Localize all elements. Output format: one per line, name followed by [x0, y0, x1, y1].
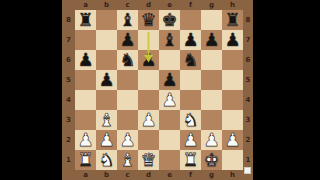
square-d7[interactable]	[138, 30, 159, 50]
white-pawn: ♟	[222, 130, 243, 150]
rank-label-3: 3	[243, 110, 253, 130]
black-bishop: ♝	[117, 10, 138, 30]
square-b5[interactable]: ♟	[96, 70, 117, 90]
square-e8[interactable]: ♚	[159, 10, 180, 30]
square-d6[interactable]: ♟	[138, 50, 159, 70]
square-b3[interactable]: ♝	[96, 110, 117, 130]
black-queen: ♛	[138, 10, 159, 30]
file-labels-bottom: abcdefgh	[75, 170, 243, 180]
black-king: ♚	[159, 10, 180, 30]
file-label-c: c	[117, 170, 138, 180]
square-f4[interactable]	[180, 90, 201, 110]
square-f2[interactable]: ♟	[180, 130, 201, 150]
square-a3[interactable]	[75, 110, 96, 130]
white-pawn: ♟	[75, 130, 96, 150]
square-a6[interactable]: ♟	[75, 50, 96, 70]
chess-board-frame: abcdefgh abcdefgh 87654321 87654321 ♜♝♛♚…	[62, 0, 253, 180]
square-c2[interactable]: ♟	[117, 130, 138, 150]
square-d5[interactable]	[138, 70, 159, 90]
file-label-d: d	[138, 170, 159, 180]
square-c4[interactable]	[117, 90, 138, 110]
black-bishop: ♝	[159, 30, 180, 50]
rank-label-6: 6	[243, 50, 253, 70]
square-b6[interactable]	[96, 50, 117, 70]
black-pawn: ♟	[138, 50, 159, 70]
square-h6[interactable]	[222, 50, 243, 70]
square-d2[interactable]	[138, 130, 159, 150]
square-h4[interactable]	[222, 90, 243, 110]
white-knight: ♞	[180, 110, 201, 130]
square-g4[interactable]	[201, 90, 222, 110]
square-b2[interactable]: ♟	[96, 130, 117, 150]
screenshot-background: abcdefgh abcdefgh 87654321 87654321 ♜♝♛♚…	[0, 0, 320, 180]
square-g6[interactable]	[201, 50, 222, 70]
square-g5[interactable]	[201, 70, 222, 90]
square-c6[interactable]: ♞	[117, 50, 138, 70]
square-f6[interactable]: ♞	[180, 50, 201, 70]
square-f8[interactable]	[180, 10, 201, 30]
white-pawn: ♟	[201, 130, 222, 150]
rank-label-2: 2	[62, 130, 75, 150]
square-e5[interactable]: ♟	[159, 70, 180, 90]
square-h1[interactable]	[222, 150, 243, 170]
black-pawn: ♟	[96, 70, 117, 90]
square-f5[interactable]	[180, 70, 201, 90]
black-knight: ♞	[117, 50, 138, 70]
square-h5[interactable]	[222, 70, 243, 90]
square-d3[interactable]: ♟	[138, 110, 159, 130]
black-rook: ♜	[222, 10, 243, 30]
black-pawn: ♟	[117, 30, 138, 50]
chess-board: ♜♝♛♚♜♟♝♟♟♟♟♞♟♞♟♟♟♝♟♞♟♟♟♟♟♟♜♞♝♛♜♚	[75, 10, 243, 170]
square-d4[interactable]	[138, 90, 159, 110]
rank-label-4: 4	[62, 90, 75, 110]
white-king: ♚	[201, 150, 222, 170]
black-pawn: ♟	[201, 30, 222, 50]
black-pawn: ♟	[159, 70, 180, 90]
square-b7[interactable]	[96, 30, 117, 50]
black-pawn: ♟	[75, 50, 96, 70]
square-a7[interactable]	[75, 30, 96, 50]
square-g2[interactable]: ♟	[201, 130, 222, 150]
square-d1[interactable]: ♛	[138, 150, 159, 170]
white-bishop: ♝	[96, 110, 117, 130]
square-b1[interactable]: ♞	[96, 150, 117, 170]
white-bishop: ♝	[117, 150, 138, 170]
file-labels-top: abcdefgh	[75, 0, 243, 10]
rank-labels-left: 87654321	[62, 10, 75, 170]
square-g1[interactable]: ♚	[201, 150, 222, 170]
file-label-g: g	[201, 170, 222, 180]
rank-label-7: 7	[243, 30, 253, 50]
file-label-g: g	[201, 0, 222, 10]
square-h8[interactable]: ♜	[222, 10, 243, 30]
rank-label-7: 7	[62, 30, 75, 50]
square-e3[interactable]	[159, 110, 180, 130]
square-c1[interactable]: ♝	[117, 150, 138, 170]
white-pawn: ♟	[180, 130, 201, 150]
square-e2[interactable]	[159, 130, 180, 150]
rank-label-2: 2	[243, 130, 253, 150]
white-queen: ♛	[138, 150, 159, 170]
side-to-move-indicator	[244, 167, 251, 174]
white-pawn: ♟	[159, 90, 180, 110]
rank-labels-right: 87654321	[243, 10, 253, 170]
square-g7[interactable]: ♟	[201, 30, 222, 50]
square-b4[interactable]	[96, 90, 117, 110]
rank-label-5: 5	[243, 70, 253, 90]
square-c7[interactable]: ♟	[117, 30, 138, 50]
square-a5[interactable]	[75, 70, 96, 90]
square-a1[interactable]: ♜	[75, 150, 96, 170]
rank-label-5: 5	[62, 70, 75, 90]
square-b8[interactable]	[96, 10, 117, 30]
square-c3[interactable]	[117, 110, 138, 130]
square-e7[interactable]: ♝	[159, 30, 180, 50]
square-f7[interactable]: ♟	[180, 30, 201, 50]
square-h3[interactable]	[222, 110, 243, 130]
rank-label-3: 3	[62, 110, 75, 130]
white-pawn: ♟	[117, 130, 138, 150]
square-c8[interactable]: ♝	[117, 10, 138, 30]
rank-label-8: 8	[62, 10, 75, 30]
white-knight: ♞	[96, 150, 117, 170]
rank-label-6: 6	[62, 50, 75, 70]
file-label-f: f	[180, 170, 201, 180]
square-h2[interactable]: ♟	[222, 130, 243, 150]
rank-label-8: 8	[243, 10, 253, 30]
square-h7[interactable]: ♟	[222, 30, 243, 50]
square-f3[interactable]: ♞	[180, 110, 201, 130]
rank-label-1: 1	[62, 150, 75, 170]
rank-label-4: 4	[243, 90, 253, 110]
file-label-f: f	[180, 0, 201, 10]
black-pawn: ♟	[222, 30, 243, 50]
square-a8[interactable]: ♜	[75, 10, 96, 30]
square-c5[interactable]	[117, 70, 138, 90]
file-label-e: e	[159, 170, 180, 180]
square-g8[interactable]	[201, 10, 222, 30]
square-e1[interactable]	[159, 150, 180, 170]
black-rook: ♜	[75, 10, 96, 30]
file-label-h: h	[222, 170, 243, 180]
white-pawn: ♟	[138, 110, 159, 130]
square-e6[interactable]	[159, 50, 180, 70]
black-knight: ♞	[180, 50, 201, 70]
square-f1[interactable]: ♜	[180, 150, 201, 170]
square-g3[interactable]	[201, 110, 222, 130]
white-pawn: ♟	[96, 130, 117, 150]
file-label-a: a	[75, 170, 96, 180]
square-e4[interactable]: ♟	[159, 90, 180, 110]
white-rook: ♜	[75, 150, 96, 170]
square-d8[interactable]: ♛	[138, 10, 159, 30]
black-pawn: ♟	[180, 30, 201, 50]
file-label-b: b	[96, 170, 117, 180]
white-rook: ♜	[180, 150, 201, 170]
file-label-b: b	[96, 0, 117, 10]
square-a4[interactable]	[75, 90, 96, 110]
square-a2[interactable]: ♟	[75, 130, 96, 150]
